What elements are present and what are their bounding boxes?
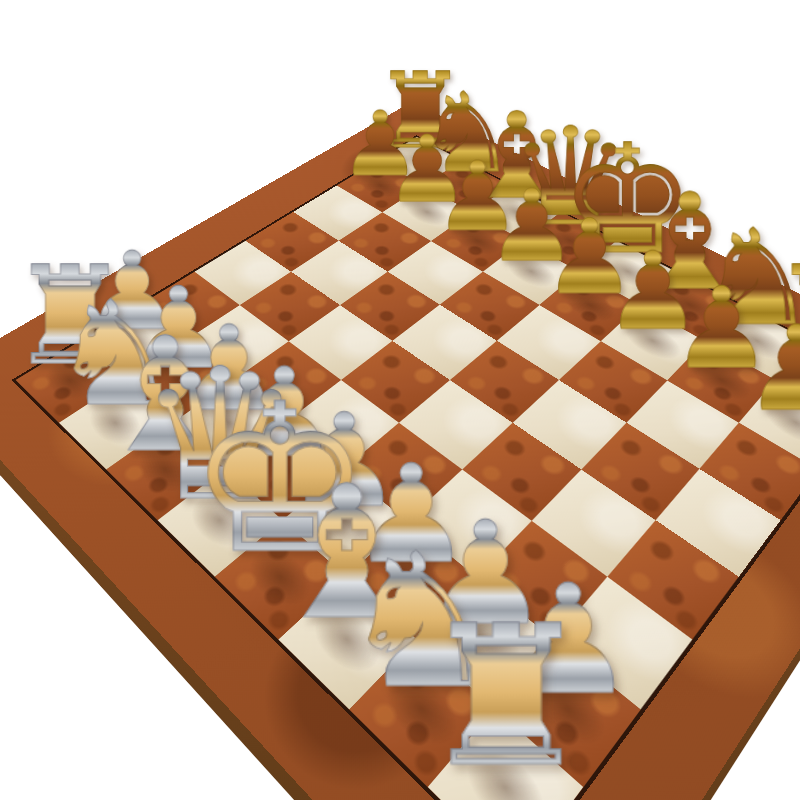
board-scene: ♜♞♝♛♚♝♞♜♟♟♟♟♟♟♟♟♟♟♟♟♟♟♟♟♜♞♝♛♚♝♞♜ [0,102,800,800]
board-frame: ♜♞♝♛♚♝♞♜♟♟♟♟♟♟♟♟♟♟♟♟♟♟♟♟♜♞♝♛♚♝♞♜ [0,102,800,800]
chess-board: ♜♞♝♛♚♝♞♜♟♟♟♟♟♟♟♟♟♟♟♟♟♟♟♟♜♞♝♛♚♝♞♜ [12,135,800,800]
photo-backdrop: ♜♞♝♛♚♝♞♜♟♟♟♟♟♟♟♟♟♟♟♟♟♟♟♟♜♞♝♛♚♝♞♜ [0,0,800,800]
piece-glyph: ♟ [744,310,800,427]
piece-glyph: ♜ [419,599,593,793]
square-h1[interactable]: ♜ [428,709,583,800]
